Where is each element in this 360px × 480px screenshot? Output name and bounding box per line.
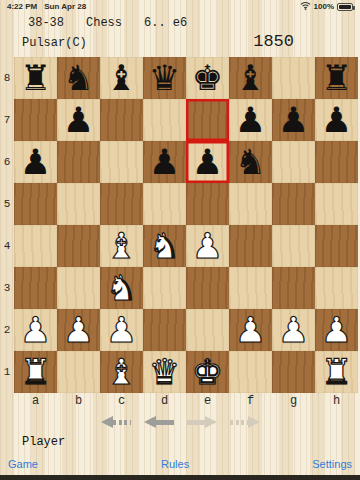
square-g1[interactable] [272, 351, 315, 393]
square-b5[interactable] [57, 183, 100, 225]
square-d3[interactable] [143, 267, 186, 309]
arrow-tail [113, 420, 131, 425]
square-h4[interactable] [315, 225, 358, 267]
board-area: 87654321 ♜♞♝♛♚♝♜♟♟♟♟♟♟♟♞♝♞♟♞♟♟♟♟♟♟♜♝♛♚♜ [0, 57, 360, 393]
status-date: Sun Apr 28 [44, 2, 86, 11]
square-d8[interactable]: ♛ [143, 57, 186, 99]
piece-black-bishop: ♝ [229, 57, 272, 99]
rank-label-3: 3 [0, 267, 14, 309]
square-f7[interactable]: ♟ [229, 99, 272, 141]
back-one-arrow[interactable] [144, 416, 174, 428]
game-menu-link[interactable]: Game [8, 458, 38, 470]
square-e8[interactable]: ♚ [186, 57, 229, 99]
piece-white-queen: ♛ [143, 351, 186, 393]
app-title: Chess [86, 16, 122, 31]
square-g6[interactable] [272, 141, 315, 183]
square-h8[interactable]: ♜ [315, 57, 358, 99]
status-bar: 4:22 PM Sun Apr 28 100% [0, 0, 360, 13]
piece-white-pawn: ♟ [100, 309, 143, 351]
square-a7[interactable] [14, 99, 57, 141]
move-navigation [0, 411, 360, 433]
piece-white-pawn: ♟ [57, 309, 100, 351]
player-label: Player [0, 433, 360, 453]
square-a2[interactable]: ♟ [14, 309, 57, 351]
piece-white-knight: ♞ [100, 267, 143, 309]
file-label-c: c [100, 393, 143, 411]
square-h7[interactable]: ♟ [315, 99, 358, 141]
square-g8[interactable] [272, 57, 315, 99]
piece-black-pawn: ♟ [272, 99, 315, 141]
opponent-label: Pulsar(C) [22, 32, 87, 54]
arrow-tail [156, 420, 174, 425]
piece-black-pawn: ♟ [229, 99, 272, 141]
piece-white-pawn: ♟ [186, 225, 229, 267]
square-h3[interactable] [315, 267, 358, 309]
footer-toolbar: Game Rules Settings [0, 453, 360, 475]
piece-black-bishop: ♝ [100, 57, 143, 99]
piece-black-king: ♚ [186, 57, 229, 99]
piece-white-pawn: ♟ [229, 309, 272, 351]
arrow-tail [230, 420, 248, 425]
left-arrowhead [101, 416, 113, 428]
rank-label-6: 6 [0, 141, 14, 183]
square-f2[interactable]: ♟ [229, 309, 272, 351]
wifi-icon [300, 1, 311, 12]
piece-black-queen: ♛ [143, 57, 186, 99]
rating-label: 1850 [253, 31, 294, 53]
chess-board[interactable]: ♜♞♝♛♚♝♜♟♟♟♟♟♟♟♞♝♞♟♞♟♟♟♟♟♟♜♝♛♚♜ [14, 57, 358, 393]
arrow-tail [187, 420, 205, 425]
piece-black-pawn: ♟ [143, 141, 186, 183]
piece-white-knight: ♞ [143, 225, 186, 267]
square-g2[interactable]: ♟ [272, 309, 315, 351]
rank-label-7: 7 [0, 99, 14, 141]
file-label-e: e [186, 393, 229, 411]
square-d2[interactable] [143, 309, 186, 351]
square-d1[interactable]: ♛ [143, 351, 186, 393]
square-a3[interactable] [14, 267, 57, 309]
rules-link[interactable]: Rules [161, 458, 189, 470]
piece-white-pawn: ♟ [272, 309, 315, 351]
square-c5[interactable] [100, 183, 143, 225]
file-label-g: g [272, 393, 315, 411]
piece-white-rook: ♜ [315, 351, 358, 393]
rank-labels: 87654321 [0, 57, 14, 393]
square-h5[interactable] [315, 183, 358, 225]
square-c4[interactable]: ♝ [100, 225, 143, 267]
rank-label-4: 4 [0, 225, 14, 267]
square-a8[interactable]: ♜ [14, 57, 57, 99]
square-d5[interactable] [143, 183, 186, 225]
square-f5[interactable] [229, 183, 272, 225]
file-label-d: d [143, 393, 186, 411]
left-arrowhead [144, 416, 156, 428]
square-e3[interactable] [186, 267, 229, 309]
square-g4[interactable] [272, 225, 315, 267]
forward-to-end-arrow[interactable] [230, 416, 260, 428]
piece-black-knight: ♞ [57, 57, 100, 99]
file-label-b: b [57, 393, 100, 411]
square-c7[interactable] [100, 99, 143, 141]
square-a1[interactable]: ♜ [14, 351, 57, 393]
square-b6[interactable] [57, 141, 100, 183]
square-h6[interactable] [315, 141, 358, 183]
square-e2[interactable] [186, 309, 229, 351]
square-f6[interactable]: ♞ [229, 141, 272, 183]
right-arrowhead [205, 416, 217, 428]
piece-white-pawn: ♟ [14, 309, 57, 351]
square-g7[interactable]: ♟ [272, 99, 315, 141]
settings-link[interactable]: Settings [312, 458, 352, 470]
rank-label-8: 8 [0, 57, 14, 99]
piece-white-bishop: ♝ [100, 225, 143, 267]
square-b3[interactable] [57, 267, 100, 309]
square-f4[interactable] [229, 225, 272, 267]
last-move-label: 6.. e6 [144, 16, 187, 31]
square-a4[interactable] [14, 225, 57, 267]
rank-label-1: 1 [0, 351, 14, 393]
square-f1[interactable] [229, 351, 272, 393]
forward-one-arrow[interactable] [187, 416, 217, 428]
square-f3[interactable] [229, 267, 272, 309]
file-label-h: h [315, 393, 358, 411]
square-h1[interactable]: ♜ [315, 351, 358, 393]
square-d6[interactable]: ♟ [143, 141, 186, 183]
square-e5[interactable] [186, 183, 229, 225]
piece-black-rook: ♜ [14, 57, 57, 99]
piece-black-pawn: ♟ [186, 141, 229, 183]
square-b8[interactable]: ♞ [57, 57, 100, 99]
piece-white-rook: ♜ [14, 351, 57, 393]
rank-label-5: 5 [0, 183, 14, 225]
square-b2[interactable]: ♟ [57, 309, 100, 351]
square-b1[interactable] [57, 351, 100, 393]
square-f8[interactable]: ♝ [229, 57, 272, 99]
square-d4[interactable]: ♞ [143, 225, 186, 267]
square-c6[interactable] [100, 141, 143, 183]
square-a6[interactable]: ♟ [14, 141, 57, 183]
back-to-start-arrow[interactable] [101, 416, 131, 428]
square-g5[interactable] [272, 183, 315, 225]
file-label-f: f [229, 393, 272, 411]
battery-icon [337, 3, 353, 11]
score-label: 38-38 [28, 16, 64, 31]
piece-black-pawn: ♟ [14, 141, 57, 183]
piece-white-pawn: ♟ [315, 309, 358, 351]
piece-black-knight: ♞ [229, 141, 272, 183]
piece-black-pawn: ♟ [315, 99, 358, 141]
square-e7[interactable] [186, 99, 229, 141]
square-a5[interactable] [14, 183, 57, 225]
square-e6[interactable]: ♟ [186, 141, 229, 183]
square-c8[interactable]: ♝ [100, 57, 143, 99]
piece-black-rook: ♜ [315, 57, 358, 99]
square-e1[interactable]: ♚ [186, 351, 229, 393]
square-h2[interactable]: ♟ [315, 309, 358, 351]
game-header: 38-38 Chess 6.. e6 Pulsar(C) 1850 [0, 13, 360, 57]
piece-black-pawn: ♟ [57, 99, 100, 141]
status-time: 4:22 PM [7, 2, 37, 11]
screen-bottom-edge [0, 475, 360, 480]
square-e4[interactable]: ♟ [186, 225, 229, 267]
square-d7[interactable] [143, 99, 186, 141]
battery-percent: 100% [314, 2, 334, 11]
right-arrowhead [248, 416, 260, 428]
square-c2[interactable]: ♟ [100, 309, 143, 351]
piece-white-king: ♚ [186, 351, 229, 393]
square-g3[interactable] [272, 267, 315, 309]
square-c3[interactable]: ♞ [100, 267, 143, 309]
rank-label-2: 2 [0, 309, 14, 351]
square-b4[interactable] [57, 225, 100, 267]
file-labels: abcdefgh [0, 393, 360, 411]
square-c1[interactable]: ♝ [100, 351, 143, 393]
piece-white-bishop: ♝ [100, 351, 143, 393]
file-label-a: a [14, 393, 57, 411]
square-b7[interactable]: ♟ [57, 99, 100, 141]
